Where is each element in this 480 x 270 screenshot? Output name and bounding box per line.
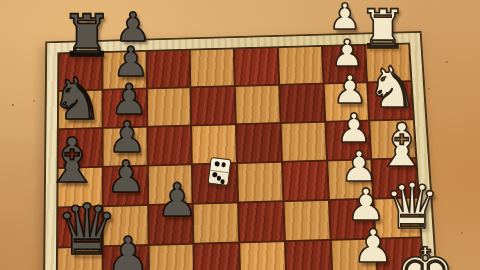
square-d3[interactable] <box>195 243 240 270</box>
square-f7[interactable] <box>280 84 324 122</box>
white-knight-h7[interactable]: ♞ <box>366 59 417 116</box>
die-pip <box>220 178 225 183</box>
white-pawn-g2[interactable]: ♟ <box>352 223 393 269</box>
black-bishop-a6[interactable]: ♝ <box>44 130 100 192</box>
white-pawn-g7[interactable]: ♟ <box>330 35 363 72</box>
game-scene: ♜♞♝♛♟♟♟♟♟♟♟♟♟♟♟♟♟♟♜♞♝♛♚ <box>0 0 480 270</box>
white-pawn-g6[interactable]: ♟ <box>333 70 368 109</box>
square-e7[interactable] <box>236 86 280 124</box>
square-d4[interactable] <box>194 203 238 242</box>
square-e5[interactable] <box>238 163 282 202</box>
black-pawn-c4[interactable]: ♟ <box>156 177 197 223</box>
square-e4[interactable] <box>239 202 284 241</box>
square-f4[interactable] <box>284 201 329 240</box>
square-f8[interactable] <box>279 47 323 84</box>
die[interactable] <box>207 156 231 185</box>
square-c6[interactable] <box>148 126 191 164</box>
die-bottom-half <box>208 170 228 185</box>
square-f6[interactable] <box>281 123 325 161</box>
square-f5[interactable] <box>283 161 328 200</box>
white-rook-h8[interactable]: ♜ <box>359 3 407 57</box>
square-e8[interactable] <box>235 48 278 85</box>
square-d8[interactable] <box>191 49 234 86</box>
black-pawn-b2[interactable]: ♟ <box>106 230 149 270</box>
square-c3[interactable] <box>149 245 193 270</box>
black-rook-a8[interactable]: ♜ <box>61 7 113 65</box>
parchment-speckles <box>0 0 2 2</box>
square-d7[interactable] <box>192 87 235 125</box>
die-pip <box>221 162 226 167</box>
square-c7[interactable] <box>147 88 190 126</box>
square-c8[interactable] <box>147 51 190 88</box>
square-e6[interactable] <box>237 124 281 162</box>
white-king-h4[interactable]: ♚ <box>395 240 454 270</box>
square-f3[interactable] <box>286 241 331 270</box>
white-pawn-g8[interactable]: ♟ <box>329 0 361 35</box>
white-bishop-h6[interactable]: ♝ <box>375 115 429 175</box>
die-pip <box>214 161 219 166</box>
black-knight-a7[interactable]: ♞ <box>51 70 103 128</box>
square-e3[interactable] <box>240 242 285 270</box>
